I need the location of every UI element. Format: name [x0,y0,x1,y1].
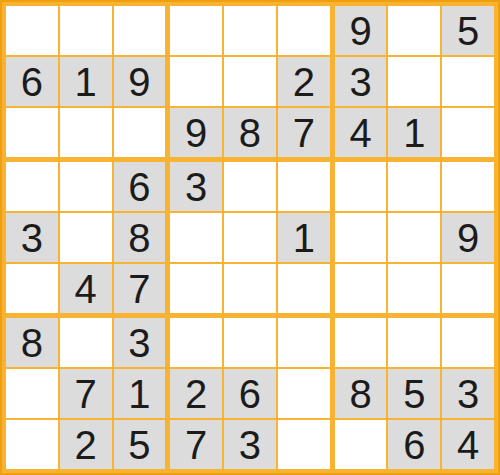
cell-r3c7-given[interactable]: 4 [335,108,387,157]
cell-r1c4-empty[interactable] [170,6,222,55]
cell-r6c4-empty[interactable] [170,264,222,313]
cell-r2c9-empty[interactable] [442,57,494,106]
cell-r9c7-empty[interactable] [335,420,387,469]
cell-r2c1-given[interactable]: 6 [6,57,58,106]
cell-r7c3-given[interactable]: 3 [114,318,166,367]
cell-r1c3-empty[interactable] [114,6,166,55]
cell-r4c4-given[interactable]: 3 [170,162,222,211]
cell-r4c3-given[interactable]: 6 [114,162,166,211]
block-2-3: 9 [335,162,494,313]
cell-r9c9-given[interactable]: 4 [442,420,494,469]
cell-r7c7-empty[interactable] [335,318,387,367]
cell-r4c5-empty[interactable] [224,162,276,211]
cell-r8c3-given[interactable]: 1 [114,369,166,418]
cell-r3c3-empty[interactable] [114,108,166,157]
cell-r4c7-empty[interactable] [335,162,387,211]
cell-r5c4-empty[interactable] [170,213,222,262]
cell-r7c2-empty[interactable] [60,318,112,367]
cell-r7c8-empty[interactable] [388,318,440,367]
block-1-2: 2987 [170,6,329,157]
cell-r6c2-given[interactable]: 4 [60,264,112,313]
cell-r5c2-empty[interactable] [60,213,112,262]
block-3-1: 837125 [6,318,165,469]
cell-r8c8-given[interactable]: 5 [388,369,440,418]
cell-r1c7-given[interactable]: 9 [335,6,387,55]
cell-r9c3-given[interactable]: 5 [114,420,166,469]
cell-r3c8-given[interactable]: 1 [388,108,440,157]
cell-r9c8-given[interactable]: 6 [388,420,440,469]
cell-r8c1-empty[interactable] [6,369,58,418]
cell-r1c2-empty[interactable] [60,6,112,55]
cell-r2c5-empty[interactable] [224,57,276,106]
cell-r6c6-empty[interactable] [278,264,330,313]
block-3-3: 85364 [335,318,494,469]
cell-r1c8-empty[interactable] [388,6,440,55]
cell-r3c9-empty[interactable] [442,108,494,157]
cell-r5c7-empty[interactable] [335,213,387,262]
cell-r6c3-given[interactable]: 7 [114,264,166,313]
cell-r5c8-empty[interactable] [388,213,440,262]
cell-r4c6-empty[interactable] [278,162,330,211]
cell-r2c8-empty[interactable] [388,57,440,106]
cell-r4c9-empty[interactable] [442,162,494,211]
cell-r5c6-given[interactable]: 1 [278,213,330,262]
block-1-1: 619 [6,6,165,157]
cell-r1c5-empty[interactable] [224,6,276,55]
cell-r2c2-given[interactable]: 1 [60,57,112,106]
cell-r3c2-empty[interactable] [60,108,112,157]
cell-r3c5-given[interactable]: 8 [224,108,276,157]
cell-r4c1-empty[interactable] [6,162,58,211]
cell-r5c1-given[interactable]: 3 [6,213,58,262]
cell-r1c1-empty[interactable] [6,6,58,55]
cell-r9c2-given[interactable]: 2 [60,420,112,469]
cell-r1c9-given[interactable]: 5 [442,6,494,55]
cell-r6c7-empty[interactable] [335,264,387,313]
cell-r2c7-given[interactable]: 3 [335,57,387,106]
cell-r9c1-empty[interactable] [6,420,58,469]
cell-r9c5-given[interactable]: 3 [224,420,276,469]
cell-r3c6-given[interactable]: 7 [278,108,330,157]
cell-r8c9-given[interactable]: 3 [442,369,494,418]
cell-r7c5-empty[interactable] [224,318,276,367]
cell-r3c4-given[interactable]: 9 [170,108,222,157]
cell-r4c8-empty[interactable] [388,162,440,211]
block-1-3: 95341 [335,6,494,157]
cell-r2c6-given[interactable]: 2 [278,57,330,106]
cell-r8c7-given[interactable]: 8 [335,369,387,418]
cell-r9c6-empty[interactable] [278,420,330,469]
cell-r6c9-empty[interactable] [442,264,494,313]
cell-r5c9-given[interactable]: 9 [442,213,494,262]
cell-r7c1-given[interactable]: 8 [6,318,58,367]
cell-r1c6-empty[interactable] [278,6,330,55]
block-2-2: 31 [170,162,329,313]
cell-r9c4-given[interactable]: 7 [170,420,222,469]
block-3-2: 2673 [170,318,329,469]
cell-r8c5-given[interactable]: 6 [224,369,276,418]
cell-r6c5-empty[interactable] [224,264,276,313]
cell-r4c2-empty[interactable] [60,162,112,211]
cell-r3c1-empty[interactable] [6,108,58,157]
cell-r8c4-given[interactable]: 2 [170,369,222,418]
cell-r5c3-given[interactable]: 8 [114,213,166,262]
cell-r7c9-empty[interactable] [442,318,494,367]
block-2-1: 63847 [6,162,165,313]
cell-r8c6-empty[interactable] [278,369,330,418]
cell-r6c8-empty[interactable] [388,264,440,313]
cell-r2c4-empty[interactable] [170,57,222,106]
cell-r2c3-given[interactable]: 9 [114,57,166,106]
cell-r6c1-empty[interactable] [6,264,58,313]
cell-r8c2-given[interactable]: 7 [60,369,112,418]
sudoku-board: 61929879534163847319837125267385364 [0,0,500,475]
cell-r5c5-empty[interactable] [224,213,276,262]
cell-r7c4-empty[interactable] [170,318,222,367]
cell-r7c6-empty[interactable] [278,318,330,367]
